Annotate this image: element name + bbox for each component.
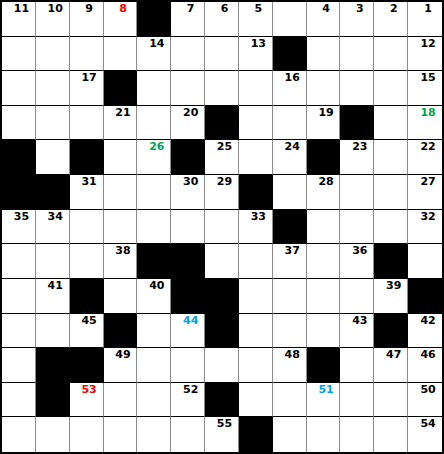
black-cell-r13c8 xyxy=(239,417,273,452)
clue-number-21: 21 xyxy=(107,106,138,120)
cell-r4c6[interactable]: 20 xyxy=(171,106,205,141)
clue-number-27: 27 xyxy=(411,175,442,189)
cell-r12c8[interactable] xyxy=(239,383,273,418)
clue-number-18: 18 xyxy=(411,106,442,120)
clue-number-15: 15 xyxy=(411,71,442,85)
clue-number-10: 10 xyxy=(39,2,70,16)
cell-r9c11[interactable] xyxy=(340,279,374,314)
cell-r10c9[interactable] xyxy=(273,314,307,349)
black-cell-r9c13 xyxy=(408,279,442,314)
cell-r10c5[interactable] xyxy=(137,314,171,349)
cell-r1c12[interactable]: 2 xyxy=(374,2,408,37)
clue-number-5: 5 xyxy=(242,2,273,16)
cell-r2c10[interactable] xyxy=(307,37,341,72)
cell-r13c6[interactable] xyxy=(171,417,205,452)
cell-r1c3[interactable]: 9 xyxy=(70,2,104,37)
clue-number-16: 16 xyxy=(276,71,307,85)
black-cell-r8c6 xyxy=(171,244,205,279)
black-cell-r11c2 xyxy=(36,348,70,383)
cell-r7c8[interactable]: 33 xyxy=(239,210,273,245)
cell-r3c11[interactable] xyxy=(340,71,374,106)
black-cell-r2c9 xyxy=(273,37,307,72)
clue-number-54: 54 xyxy=(411,417,442,431)
cell-r11c1[interactable] xyxy=(2,348,36,383)
cell-r9c12[interactable]: 39 xyxy=(374,279,408,314)
clue-number-31: 31 xyxy=(73,175,104,189)
cell-r2c11[interactable] xyxy=(340,37,374,72)
crossword-board: 1110987654321141312171615212019182625242… xyxy=(0,0,444,454)
clue-number-12: 12 xyxy=(411,37,442,51)
black-cell-r5c10 xyxy=(307,140,341,175)
cell-r11c5[interactable] xyxy=(137,348,171,383)
cell-r4c4[interactable]: 21 xyxy=(104,106,138,141)
cell-r2c8[interactable]: 13 xyxy=(239,37,273,72)
clue-number-17: 17 xyxy=(73,71,104,85)
cell-r4c1[interactable] xyxy=(2,106,36,141)
cell-r5c12[interactable] xyxy=(374,140,408,175)
cell-r11c7[interactable] xyxy=(205,348,239,383)
cell-r2c2[interactable] xyxy=(36,37,70,72)
cell-r8c13[interactable] xyxy=(408,244,442,279)
cell-r1c13[interactable]: 1 xyxy=(408,2,442,37)
cell-r1c4[interactable]: 8 xyxy=(104,2,138,37)
cell-r7c2[interactable]: 34 xyxy=(36,210,70,245)
cell-r12c12[interactable] xyxy=(374,383,408,418)
clue-number-55: 55 xyxy=(208,417,239,431)
cell-r7c1[interactable]: 35 xyxy=(2,210,36,245)
cell-r3c8[interactable] xyxy=(239,71,273,106)
clue-number-41: 41 xyxy=(39,279,70,293)
cell-r2c6[interactable] xyxy=(171,37,205,72)
cell-r3c12[interactable] xyxy=(374,71,408,106)
cell-r9c5[interactable]: 40 xyxy=(137,279,171,314)
cell-r10c11[interactable]: 43 xyxy=(340,314,374,349)
cell-r7c6[interactable] xyxy=(171,210,205,245)
clue-number-43: 43 xyxy=(343,314,374,328)
cell-r11c4[interactable]: 49 xyxy=(104,348,138,383)
cell-r1c1[interactable]: 11 xyxy=(2,2,36,37)
clue-number-39: 39 xyxy=(377,279,408,293)
clue-number-34: 34 xyxy=(39,210,70,224)
clue-number-4: 4 xyxy=(310,2,341,16)
clue-number-36: 36 xyxy=(343,244,374,258)
clue-number-7: 7 xyxy=(174,2,205,16)
cell-r13c9[interactable] xyxy=(273,417,307,452)
black-cell-r5c1 xyxy=(2,140,36,175)
cell-r13c4[interactable] xyxy=(104,417,138,452)
black-cell-r8c5 xyxy=(137,244,171,279)
cell-r2c13[interactable]: 12 xyxy=(408,37,442,72)
cell-r7c13[interactable]: 32 xyxy=(408,210,442,245)
cell-r3c3[interactable]: 17 xyxy=(70,71,104,106)
cell-r13c5[interactable] xyxy=(137,417,171,452)
cell-r7c10[interactable] xyxy=(307,210,341,245)
cell-r12c6[interactable]: 52 xyxy=(171,383,205,418)
cell-r5c2[interactable] xyxy=(36,140,70,175)
clue-number-6: 6 xyxy=(208,2,239,16)
black-cell-r6c8 xyxy=(239,175,273,210)
cell-r12c11[interactable] xyxy=(340,383,374,418)
black-cell-r12c7 xyxy=(205,383,239,418)
black-cell-r4c11 xyxy=(340,106,374,141)
clue-number-11: 11 xyxy=(5,2,36,16)
clue-number-24: 24 xyxy=(276,140,307,154)
clue-number-33: 33 xyxy=(242,210,273,224)
clue-number-29: 29 xyxy=(208,175,239,189)
cell-r3c2[interactable] xyxy=(36,71,70,106)
cell-r5c11[interactable]: 23 xyxy=(340,140,374,175)
cell-r12c1[interactable] xyxy=(2,383,36,418)
cell-r2c5[interactable]: 14 xyxy=(137,37,171,72)
clue-number-14: 14 xyxy=(140,37,171,51)
clue-number-30: 30 xyxy=(174,175,205,189)
cell-r12c9[interactable] xyxy=(273,383,307,418)
cell-r2c3[interactable] xyxy=(70,37,104,72)
cell-r7c4[interactable] xyxy=(104,210,138,245)
cell-r6c10[interactable]: 28 xyxy=(307,175,341,210)
cell-r10c6[interactable]: 44 xyxy=(171,314,205,349)
black-cell-r8c12 xyxy=(374,244,408,279)
clue-number-52: 52 xyxy=(174,383,205,397)
clue-number-49: 49 xyxy=(107,348,138,362)
cell-r10c8[interactable] xyxy=(239,314,273,349)
cell-r4c5[interactable] xyxy=(137,106,171,141)
cell-r8c9[interactable]: 37 xyxy=(273,244,307,279)
cell-r6c5[interactable] xyxy=(137,175,171,210)
cell-r5c5[interactable]: 26 xyxy=(137,140,171,175)
cell-r6c9[interactable] xyxy=(273,175,307,210)
black-cell-r4c7 xyxy=(205,106,239,141)
cell-r9c10[interactable] xyxy=(307,279,341,314)
cell-r11c13[interactable]: 46 xyxy=(408,348,442,383)
clue-number-35: 35 xyxy=(5,210,36,224)
cell-r3c1[interactable] xyxy=(2,71,36,106)
clue-number-38: 38 xyxy=(107,244,138,258)
clue-number-2: 2 xyxy=(377,2,408,16)
black-cell-r9c3 xyxy=(70,279,104,314)
cell-r4c8[interactable] xyxy=(239,106,273,141)
cell-r13c2[interactable] xyxy=(36,417,70,452)
cell-r1c8[interactable]: 5 xyxy=(239,2,273,37)
cell-r1c11[interactable]: 3 xyxy=(340,2,374,37)
cell-r13c12[interactable] xyxy=(374,417,408,452)
cell-r1c6[interactable]: 7 xyxy=(171,2,205,37)
cell-r8c10[interactable] xyxy=(307,244,341,279)
clue-number-51: 51 xyxy=(310,383,341,397)
cell-r2c12[interactable] xyxy=(374,37,408,72)
cell-r6c4[interactable] xyxy=(104,175,138,210)
black-cell-r5c6 xyxy=(171,140,205,175)
cell-r9c8[interactable] xyxy=(239,279,273,314)
cell-r3c6[interactable] xyxy=(171,71,205,106)
cell-r9c2[interactable]: 41 xyxy=(36,279,70,314)
cell-r10c1[interactable] xyxy=(2,314,36,349)
clue-number-44: 44 xyxy=(174,314,205,328)
cell-r6c13[interactable]: 27 xyxy=(408,175,442,210)
cell-r2c4[interactable] xyxy=(104,37,138,72)
cell-r6c3[interactable]: 31 xyxy=(70,175,104,210)
cell-r12c3[interactable]: 53 xyxy=(70,383,104,418)
black-cell-r10c7 xyxy=(205,314,239,349)
cell-r5c4[interactable] xyxy=(104,140,138,175)
cell-r10c13[interactable]: 42 xyxy=(408,314,442,349)
clue-number-46: 46 xyxy=(411,348,442,362)
cell-r1c10[interactable]: 4 xyxy=(307,2,341,37)
cell-r12c13[interactable]: 50 xyxy=(408,383,442,418)
cell-r2c1[interactable] xyxy=(2,37,36,72)
cell-r9c9[interactable] xyxy=(273,279,307,314)
cell-r10c3[interactable]: 45 xyxy=(70,314,104,349)
black-cell-r6c1 xyxy=(2,175,36,210)
cell-r8c1[interactable] xyxy=(2,244,36,279)
cell-r11c9[interactable]: 48 xyxy=(273,348,307,383)
cell-r6c7[interactable]: 29 xyxy=(205,175,239,210)
cell-r6c11[interactable] xyxy=(340,175,374,210)
clue-number-32: 32 xyxy=(411,210,442,224)
cell-r12c5[interactable] xyxy=(137,383,171,418)
cell-r4c2[interactable] xyxy=(36,106,70,141)
cell-r11c6[interactable] xyxy=(171,348,205,383)
cell-r13c7[interactable]: 55 xyxy=(205,417,239,452)
cell-r12c10[interactable]: 51 xyxy=(307,383,341,418)
black-cell-r12c2 xyxy=(36,383,70,418)
cell-r7c7[interactable] xyxy=(205,210,239,245)
cell-r7c3[interactable] xyxy=(70,210,104,245)
cell-r13c1[interactable] xyxy=(2,417,36,452)
black-cell-r11c3 xyxy=(70,348,104,383)
cell-r5c13[interactable]: 22 xyxy=(408,140,442,175)
black-cell-r6c2 xyxy=(36,175,70,210)
cell-r13c3[interactable] xyxy=(70,417,104,452)
cell-r1c7[interactable]: 6 xyxy=(205,2,239,37)
cell-r9c1[interactable] xyxy=(2,279,36,314)
cell-r4c13[interactable]: 18 xyxy=(408,106,442,141)
clue-number-19: 19 xyxy=(310,106,341,120)
clue-number-28: 28 xyxy=(310,175,341,189)
cell-r4c12[interactable] xyxy=(374,106,408,141)
clue-number-22: 22 xyxy=(411,140,442,154)
cell-r5c9[interactable]: 24 xyxy=(273,140,307,175)
clue-number-8: 8 xyxy=(107,2,138,16)
cell-r5c7[interactable]: 25 xyxy=(205,140,239,175)
black-cell-r1c5 xyxy=(137,2,171,37)
clue-number-47: 47 xyxy=(377,348,408,362)
clue-number-1: 1 xyxy=(411,2,442,16)
cell-r8c2[interactable] xyxy=(36,244,70,279)
cell-r6c12[interactable] xyxy=(374,175,408,210)
cell-r3c9[interactable]: 16 xyxy=(273,71,307,106)
cell-r8c8[interactable] xyxy=(239,244,273,279)
cell-r13c13[interactable]: 54 xyxy=(408,417,442,452)
cell-r11c8[interactable] xyxy=(239,348,273,383)
cell-r5c8[interactable] xyxy=(239,140,273,175)
clue-number-20: 20 xyxy=(174,106,205,120)
cell-r2c7[interactable] xyxy=(205,37,239,72)
clue-number-45: 45 xyxy=(73,314,104,328)
cell-r8c3[interactable] xyxy=(70,244,104,279)
black-cell-r5c3 xyxy=(70,140,104,175)
clue-number-37: 37 xyxy=(276,244,307,258)
black-cell-r7c9 xyxy=(273,210,307,245)
clue-number-48: 48 xyxy=(276,348,307,362)
cell-r3c5[interactable] xyxy=(137,71,171,106)
cell-r7c11[interactable] xyxy=(340,210,374,245)
cell-r11c12[interactable]: 47 xyxy=(374,348,408,383)
cell-r4c3[interactable] xyxy=(70,106,104,141)
cell-r7c12[interactable] xyxy=(374,210,408,245)
clue-number-50: 50 xyxy=(411,383,442,397)
cell-r3c7[interactable] xyxy=(205,71,239,106)
clue-number-9: 9 xyxy=(73,2,104,16)
cell-r9c4[interactable] xyxy=(104,279,138,314)
clue-number-40: 40 xyxy=(140,279,171,293)
black-cell-r10c4 xyxy=(104,314,138,349)
cell-r3c10[interactable] xyxy=(307,71,341,106)
cell-r13c11[interactable] xyxy=(340,417,374,452)
clue-number-23: 23 xyxy=(343,140,374,154)
cell-r11c11[interactable] xyxy=(340,348,374,383)
black-cell-r9c6 xyxy=(171,279,205,314)
black-cell-r9c7 xyxy=(205,279,239,314)
cell-r8c4[interactable]: 38 xyxy=(104,244,138,279)
cell-r1c9[interactable] xyxy=(273,2,307,37)
cell-r3c13[interactable]: 15 xyxy=(408,71,442,106)
cell-r12c4[interactable] xyxy=(104,383,138,418)
clue-number-42: 42 xyxy=(411,314,442,328)
black-cell-r3c4 xyxy=(104,71,138,106)
cell-r13c10[interactable] xyxy=(307,417,341,452)
cell-r6c6[interactable]: 30 xyxy=(171,175,205,210)
cell-r8c7[interactable] xyxy=(205,244,239,279)
cell-r4c9[interactable] xyxy=(273,106,307,141)
clue-number-25: 25 xyxy=(208,140,239,154)
cell-r4c10[interactable]: 19 xyxy=(307,106,341,141)
cell-r10c10[interactable] xyxy=(307,314,341,349)
clue-number-26: 26 xyxy=(140,140,171,154)
black-cell-r11c10 xyxy=(307,348,341,383)
clue-number-13: 13 xyxy=(242,37,273,51)
cell-r1c2[interactable]: 10 xyxy=(36,2,70,37)
cell-r10c2[interactable] xyxy=(36,314,70,349)
cell-r8c11[interactable]: 36 xyxy=(340,244,374,279)
cell-r7c5[interactable] xyxy=(137,210,171,245)
clue-number-3: 3 xyxy=(343,2,374,16)
clue-number-53: 53 xyxy=(73,383,104,397)
black-cell-r10c12 xyxy=(374,314,408,349)
